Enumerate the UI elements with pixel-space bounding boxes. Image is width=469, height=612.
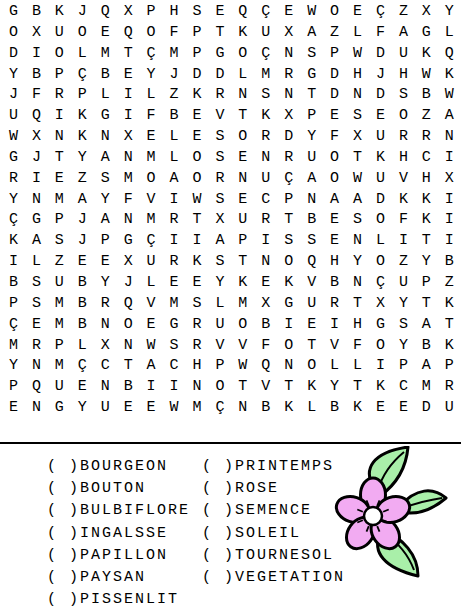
grid-cell-r1c2[interactable]: B <box>25 2 48 23</box>
grid-cell-r2c5[interactable]: E <box>94 23 117 44</box>
grid-cell-r19c7[interactable]: I <box>140 377 163 398</box>
grid-cell-r2c11[interactable]: K <box>231 23 254 44</box>
grid-cell-r11c4[interactable]: J <box>71 210 94 231</box>
grid-cell-r20c2[interactable]: N <box>25 398 48 419</box>
grid-cell-r17c18[interactable]: Y <box>392 336 415 357</box>
grid-cell-r19c13[interactable]: T <box>277 377 300 398</box>
grid-cell-r15c16[interactable]: T <box>346 294 369 315</box>
grid-cell-r10c9[interactable]: W <box>186 190 209 211</box>
grid-cell-r20c19[interactable]: D <box>415 398 438 419</box>
grid-cell-r3c6[interactable]: T <box>117 44 140 65</box>
grid-cell-r9c11[interactable]: N <box>231 169 254 190</box>
grid-cell-r6c4[interactable]: K <box>71 106 94 127</box>
grid-cell-r16c6[interactable]: O <box>117 315 140 336</box>
grid-cell-r18c16[interactable]: L <box>346 356 369 377</box>
grid-cell-r16c15[interactable]: I <box>323 315 346 336</box>
word-checkbox-printemps[interactable]: ( ) <box>202 458 235 475</box>
grid-cell-r20c6[interactable]: E <box>117 398 140 419</box>
grid-cell-r19c5[interactable]: N <box>94 377 117 398</box>
grid-cell-r17c10[interactable]: V <box>208 336 231 357</box>
grid-cell-r2c12[interactable]: U <box>254 23 277 44</box>
grid-cell-r2c4[interactable]: O <box>71 23 94 44</box>
grid-cell-r1c19[interactable]: X <box>415 2 438 23</box>
grid-cell-r6c3[interactable]: I <box>48 106 71 127</box>
grid-cell-r13c7[interactable]: U <box>140 252 163 273</box>
grid-cell-r7c7[interactable]: E <box>140 127 163 148</box>
grid-cell-r16c14[interactable]: E <box>300 315 323 336</box>
grid-cell-r18c9[interactable]: H <box>186 356 209 377</box>
word-checkbox-pissenlit[interactable]: ( ) <box>47 591 80 608</box>
grid-cell-r4c2[interactable]: B <box>25 65 48 86</box>
grid-cell-r11c6[interactable]: N <box>117 210 140 231</box>
grid-cell-r12c17[interactable]: L <box>369 231 392 252</box>
grid-cell-r17c19[interactable]: B <box>415 336 438 357</box>
grid-cell-r6c7[interactable]: F <box>140 106 163 127</box>
grid-cell-r17c13[interactable]: O <box>277 336 300 357</box>
grid-cell-r3c19[interactable]: K <box>415 44 438 65</box>
grid-cell-r6c2[interactable]: Q <box>25 106 48 127</box>
grid-cell-r3c2[interactable]: I <box>25 44 48 65</box>
grid-cell-r16c7[interactable]: E <box>140 315 163 336</box>
grid-cell-r19c15[interactable]: Y <box>323 377 346 398</box>
grid-cell-r19c12[interactable]: V <box>254 377 277 398</box>
grid-cell-r10c5[interactable]: Y <box>94 190 117 211</box>
grid-cell-r4c10[interactable]: D <box>208 65 231 86</box>
grid-cell-r7c20[interactable]: N <box>438 127 461 148</box>
grid-cell-r12c15[interactable]: E <box>323 231 346 252</box>
grid-cell-r9c3[interactable]: E <box>48 169 71 190</box>
grid-cell-r4c8[interactable]: J <box>163 65 186 86</box>
grid-cell-r16c3[interactable]: M <box>48 315 71 336</box>
grid-cell-r12c6[interactable]: G <box>117 231 140 252</box>
grid-cell-r4c12[interactable]: M <box>254 65 277 86</box>
grid-cell-r14c15[interactable]: B <box>323 273 346 294</box>
grid-cell-r4c19[interactable]: W <box>415 65 438 86</box>
grid-cell-r2c8[interactable]: F <box>163 23 186 44</box>
grid-cell-r10c7[interactable]: V <box>140 190 163 211</box>
grid-cell-r7c10[interactable]: S <box>208 127 231 148</box>
grid-cell-r17c7[interactable]: W <box>140 336 163 357</box>
grid-cell-r10c12[interactable]: C <box>254 190 277 211</box>
grid-cell-r18c19[interactable]: A <box>415 356 438 377</box>
grid-cell-r5c5[interactable]: L <box>94 85 117 106</box>
grid-cell-r5c15[interactable]: D <box>323 85 346 106</box>
grid-cell-r20c4[interactable]: Y <box>71 398 94 419</box>
grid-cell-r16c10[interactable]: U <box>208 315 231 336</box>
grid-cell-r19c18[interactable]: C <box>392 377 415 398</box>
grid-cell-r10c4[interactable]: A <box>71 190 94 211</box>
grid-cell-r4c13[interactable]: R <box>277 65 300 86</box>
grid-cell-r14c7[interactable]: L <box>140 273 163 294</box>
grid-cell-r18c6[interactable]: T <box>117 356 140 377</box>
grid-cell-r10c18[interactable]: K <box>392 190 415 211</box>
grid-cell-r19c14[interactable]: K <box>300 377 323 398</box>
grid-cell-r9c12[interactable]: U <box>254 169 277 190</box>
grid-cell-r8c12[interactable]: N <box>254 148 277 169</box>
grid-cell-r7c8[interactable]: L <box>163 127 186 148</box>
grid-cell-r3c13[interactable]: N <box>277 44 300 65</box>
grid-cell-r3c16[interactable]: W <box>346 44 369 65</box>
grid-cell-r4c18[interactable]: H <box>392 65 415 86</box>
grid-cell-r2c2[interactable]: X <box>25 23 48 44</box>
grid-cell-r4c3[interactable]: P <box>48 65 71 86</box>
grid-cell-r8c17[interactable]: K <box>369 148 392 169</box>
grid-cell-r4c7[interactable]: Y <box>140 65 163 86</box>
grid-cell-r15c20[interactable]: K <box>438 294 461 315</box>
grid-cell-r10c17[interactable]: D <box>369 190 392 211</box>
word-checkbox-bouton[interactable]: ( ) <box>47 480 80 497</box>
grid-cell-r15c13[interactable]: G <box>277 294 300 315</box>
grid-cell-r7c12[interactable]: R <box>254 127 277 148</box>
grid-cell-r18c1[interactable]: Y <box>2 356 25 377</box>
grid-cell-r2c7[interactable]: O <box>140 23 163 44</box>
grid-cell-r18c15[interactable]: L <box>323 356 346 377</box>
grid-cell-r18c14[interactable]: O <box>300 356 323 377</box>
grid-cell-r5c13[interactable]: N <box>277 85 300 106</box>
grid-cell-r5c10[interactable]: R <box>208 85 231 106</box>
grid-cell-r20c12[interactable]: B <box>254 398 277 419</box>
grid-cell-r19c8[interactable]: I <box>163 377 186 398</box>
grid-cell-r11c8[interactable]: R <box>163 210 186 231</box>
grid-cell-r13c16[interactable]: Y <box>346 252 369 273</box>
grid-cell-r8c2[interactable]: J <box>25 148 48 169</box>
grid-cell-r8c3[interactable]: T <box>48 148 71 169</box>
grid-cell-r12c2[interactable]: A <box>25 231 48 252</box>
grid-cell-r2c6[interactable]: Q <box>117 23 140 44</box>
grid-cell-r13c6[interactable]: X <box>117 252 140 273</box>
grid-cell-r17c2[interactable]: R <box>25 336 48 357</box>
grid-cell-r12c18[interactable]: I <box>392 231 415 252</box>
grid-cell-r1c14[interactable]: W <box>300 2 323 23</box>
grid-cell-r8c19[interactable]: C <box>415 148 438 169</box>
grid-cell-r3c8[interactable]: M <box>163 44 186 65</box>
grid-cell-r3c4[interactable]: L <box>71 44 94 65</box>
grid-cell-r13c8[interactable]: R <box>163 252 186 273</box>
grid-cell-r17c8[interactable]: S <box>163 336 186 357</box>
grid-cell-r16c19[interactable]: A <box>415 315 438 336</box>
grid-cell-r14c14[interactable]: V <box>300 273 323 294</box>
grid-cell-r5c14[interactable]: T <box>300 85 323 106</box>
grid-cell-r10c6[interactable]: F <box>117 190 140 211</box>
grid-cell-r10c3[interactable]: M <box>48 190 71 211</box>
grid-cell-r15c8[interactable]: M <box>163 294 186 315</box>
grid-cell-r16c17[interactable]: G <box>369 315 392 336</box>
grid-cell-r16c4[interactable]: B <box>71 315 94 336</box>
grid-cell-r16c2[interactable]: E <box>25 315 48 336</box>
grid-cell-r15c3[interactable]: M <box>48 294 71 315</box>
grid-cell-r14c16[interactable]: N <box>346 273 369 294</box>
grid-cell-r11c18[interactable]: F <box>392 210 415 231</box>
grid-cell-r17c1[interactable]: M <box>2 336 25 357</box>
grid-cell-r5c7[interactable]: L <box>140 85 163 106</box>
grid-cell-r10c13[interactable]: P <box>277 190 300 211</box>
grid-cell-r20c11[interactable]: N <box>231 398 254 419</box>
grid-cell-r6c18[interactable]: O <box>392 106 415 127</box>
grid-cell-r18c11[interactable]: W <box>231 356 254 377</box>
grid-cell-r20c9[interactable]: M <box>186 398 209 419</box>
grid-cell-r13c4[interactable]: E <box>71 252 94 273</box>
grid-cell-r14c10[interactable]: Y <box>208 273 231 294</box>
grid-cell-r9c17[interactable]: U <box>369 169 392 190</box>
grid-cell-r7c2[interactable]: X <box>25 127 48 148</box>
grid-cell-r7c16[interactable]: X <box>346 127 369 148</box>
grid-cell-r7c1[interactable]: W <box>2 127 25 148</box>
grid-cell-r19c1[interactable]: P <box>2 377 25 398</box>
grid-cell-r2c16[interactable]: L <box>346 23 369 44</box>
grid-cell-r3c14[interactable]: S <box>300 44 323 65</box>
grid-cell-r13c10[interactable]: S <box>208 252 231 273</box>
grid-cell-r10c2[interactable]: N <box>25 190 48 211</box>
grid-cell-r11c10[interactable]: X <box>208 210 231 231</box>
grid-cell-r1c7[interactable]: P <box>140 2 163 23</box>
grid-cell-r5c8[interactable]: Z <box>163 85 186 106</box>
grid-cell-r9c9[interactable]: O <box>186 169 209 190</box>
grid-cell-r1c20[interactable]: Y <box>438 2 461 23</box>
grid-cell-r1c5[interactable]: Q <box>94 2 117 23</box>
grid-cell-r18c8[interactable]: C <box>163 356 186 377</box>
grid-cell-r13c9[interactable]: K <box>186 252 209 273</box>
word-checkbox-tournesol[interactable]: ( ) <box>202 547 235 564</box>
grid-cell-r2c14[interactable]: A <box>300 23 323 44</box>
word-checkbox-bourgeon[interactable]: ( ) <box>47 458 80 475</box>
grid-cell-r15c7[interactable]: V <box>140 294 163 315</box>
grid-cell-r7c5[interactable]: N <box>94 127 117 148</box>
word-checkbox-soleil[interactable]: ( ) <box>202 525 235 542</box>
grid-cell-r5c3[interactable]: R <box>48 85 71 106</box>
grid-cell-r5c9[interactable]: K <box>186 85 209 106</box>
grid-cell-r3c7[interactable]: Ç <box>140 44 163 65</box>
grid-cell-r11c16[interactable]: S <box>346 210 369 231</box>
grid-cell-r1c16[interactable]: E <box>346 2 369 23</box>
grid-cell-r1c1[interactable]: G <box>2 2 25 23</box>
grid-cell-r10c11[interactable]: E <box>231 190 254 211</box>
grid-cell-r12c8[interactable]: I <box>163 231 186 252</box>
grid-cell-r15c1[interactable]: P <box>2 294 25 315</box>
grid-cell-r9c16[interactable]: W <box>346 169 369 190</box>
grid-cell-r8c7[interactable]: M <box>140 148 163 169</box>
grid-cell-r16c12[interactable]: B <box>254 315 277 336</box>
grid-cell-r2c17[interactable]: F <box>369 23 392 44</box>
grid-cell-r12c3[interactable]: S <box>48 231 71 252</box>
word-checkbox-paysan[interactable]: ( ) <box>47 569 80 586</box>
grid-cell-r17c4[interactable]: L <box>71 336 94 357</box>
grid-cell-r5c4[interactable]: P <box>71 85 94 106</box>
grid-cell-r8c16[interactable]: T <box>346 148 369 169</box>
grid-cell-r9c19[interactable]: H <box>415 169 438 190</box>
grid-cell-r17c12[interactable]: F <box>254 336 277 357</box>
grid-cell-r3c12[interactable]: Ç <box>254 44 277 65</box>
grid-cell-r17c5[interactable]: X <box>94 336 117 357</box>
grid-cell-r3c1[interactable]: D <box>2 44 25 65</box>
grid-cell-r10c14[interactable]: N <box>300 190 323 211</box>
grid-cell-r14c12[interactable]: E <box>254 273 277 294</box>
grid-cell-r9c8[interactable]: A <box>163 169 186 190</box>
grid-cell-r20c14[interactable]: L <box>300 398 323 419</box>
grid-cell-r14c4[interactable]: B <box>71 273 94 294</box>
word-checkbox-rose[interactable]: ( ) <box>202 480 235 497</box>
grid-cell-r11c7[interactable]: M <box>140 210 163 231</box>
grid-cell-r6c6[interactable]: I <box>117 106 140 127</box>
grid-cell-r6c9[interactable]: E <box>186 106 209 127</box>
grid-cell-r1c17[interactable]: Ç <box>369 2 392 23</box>
grid-cell-r19c6[interactable]: B <box>117 377 140 398</box>
grid-cell-r6c12[interactable]: K <box>254 106 277 127</box>
grid-cell-r10c19[interactable]: K <box>415 190 438 211</box>
grid-cell-r8c15[interactable]: O <box>323 148 346 169</box>
grid-cell-r2c13[interactable]: X <box>277 23 300 44</box>
grid-cell-r18c4[interactable]: Ç <box>71 356 94 377</box>
grid-cell-r5c2[interactable]: F <box>25 85 48 106</box>
grid-cell-r15c18[interactable]: Y <box>392 294 415 315</box>
grid-cell-r12c14[interactable]: S <box>300 231 323 252</box>
grid-cell-r1c8[interactable]: H <box>163 2 186 23</box>
grid-cell-r3c18[interactable]: U <box>392 44 415 65</box>
grid-cell-r1c11[interactable]: Q <box>231 2 254 23</box>
grid-cell-r8c14[interactable]: U <box>300 148 323 169</box>
grid-cell-r20c13[interactable]: K <box>277 398 300 419</box>
grid-cell-r1c13[interactable]: E <box>277 2 300 23</box>
grid-cell-r11c5[interactable]: A <box>94 210 117 231</box>
grid-cell-r14c13[interactable]: K <box>277 273 300 294</box>
grid-cell-r15c15[interactable]: R <box>323 294 346 315</box>
grid-cell-r18c12[interactable]: Q <box>254 356 277 377</box>
grid-cell-r19c10[interactable]: O <box>208 377 231 398</box>
grid-cell-r16c11[interactable]: O <box>231 315 254 336</box>
grid-cell-r19c4[interactable]: E <box>71 377 94 398</box>
grid-cell-r6c1[interactable]: U <box>2 106 25 127</box>
grid-cell-r6c8[interactable]: B <box>163 106 186 127</box>
grid-cell-r10c20[interactable]: I <box>438 190 461 211</box>
grid-cell-r9c5[interactable]: S <box>94 169 117 190</box>
grid-cell-r8c13[interactable]: R <box>277 148 300 169</box>
grid-cell-r12c11[interactable]: P <box>231 231 254 252</box>
grid-cell-r3c11[interactable]: O <box>231 44 254 65</box>
grid-cell-r3c9[interactable]: P <box>186 44 209 65</box>
grid-cell-r4c9[interactable]: D <box>186 65 209 86</box>
grid-cell-r2c3[interactable]: U <box>48 23 71 44</box>
grid-cell-r3c17[interactable]: D <box>369 44 392 65</box>
grid-cell-r8c20[interactable]: I <box>438 148 461 169</box>
grid-cell-r18c5[interactable]: C <box>94 356 117 377</box>
grid-cell-r11c9[interactable]: T <box>186 210 209 231</box>
grid-cell-r2c18[interactable]: A <box>392 23 415 44</box>
grid-cell-r17c11[interactable]: V <box>231 336 254 357</box>
grid-cell-r4c4[interactable]: Ç <box>71 65 94 86</box>
grid-cell-r20c5[interactable]: U <box>94 398 117 419</box>
grid-cell-r5c12[interactable]: S <box>254 85 277 106</box>
grid-cell-r10c15[interactable]: A <box>323 190 346 211</box>
grid-cell-r8c4[interactable]: Y <box>71 148 94 169</box>
grid-cell-r7c11[interactable]: O <box>231 127 254 148</box>
grid-cell-r1c3[interactable]: K <box>48 2 71 23</box>
grid-cell-r15c12[interactable]: X <box>254 294 277 315</box>
grid-cell-r13c18[interactable]: Z <box>392 252 415 273</box>
grid-cell-r6c19[interactable]: Z <box>415 106 438 127</box>
grid-cell-r14c19[interactable]: P <box>415 273 438 294</box>
grid-cell-r13c15[interactable]: H <box>323 252 346 273</box>
grid-cell-r7c6[interactable]: X <box>117 127 140 148</box>
grid-cell-r10c10[interactable]: S <box>208 190 231 211</box>
grid-cell-r7c18[interactable]: R <box>392 127 415 148</box>
grid-cell-r10c16[interactable]: A <box>346 190 369 211</box>
grid-cell-r4c15[interactable]: D <box>323 65 346 86</box>
grid-cell-r15c4[interactable]: B <box>71 294 94 315</box>
grid-cell-r5c17[interactable]: D <box>369 85 392 106</box>
grid-cell-r12c13[interactable]: S <box>277 231 300 252</box>
grid-cell-r15c6[interactable]: Q <box>117 294 140 315</box>
grid-cell-r8c6[interactable]: N <box>117 148 140 169</box>
grid-cell-r11c12[interactable]: R <box>254 210 277 231</box>
grid-cell-r5c1[interactable]: J <box>2 85 25 106</box>
word-checkbox-bulbiflore[interactable]: ( ) <box>47 502 80 519</box>
grid-cell-r11c2[interactable]: G <box>25 210 48 231</box>
grid-cell-r17c15[interactable]: V <box>323 336 346 357</box>
grid-cell-r19c19[interactable]: M <box>415 377 438 398</box>
grid-cell-r15c5[interactable]: R <box>94 294 117 315</box>
grid-cell-r19c11[interactable]: T <box>231 377 254 398</box>
grid-cell-r16c5[interactable]: N <box>94 315 117 336</box>
grid-cell-r3c20[interactable]: Q <box>438 44 461 65</box>
grid-cell-r17c20[interactable]: K <box>438 336 461 357</box>
grid-cell-r20c3[interactable]: G <box>48 398 71 419</box>
word-checkbox-papillon[interactable]: ( ) <box>47 547 80 564</box>
grid-cell-r9c2[interactable]: I <box>25 169 48 190</box>
grid-cell-r9c14[interactable]: A <box>300 169 323 190</box>
grid-cell-r14c5[interactable]: Y <box>94 273 117 294</box>
grid-cell-r15c10[interactable]: L <box>208 294 231 315</box>
grid-cell-r5c6[interactable]: I <box>117 85 140 106</box>
grid-cell-r15c19[interactable]: T <box>415 294 438 315</box>
grid-cell-r11c14[interactable]: B <box>300 210 323 231</box>
grid-cell-r14c20[interactable]: Z <box>438 273 461 294</box>
grid-cell-r9c10[interactable]: R <box>208 169 231 190</box>
grid-cell-r12c7[interactable]: Ç <box>140 231 163 252</box>
grid-cell-r16c13[interactable]: I <box>277 315 300 336</box>
grid-cell-r5c20[interactable]: W <box>438 85 461 106</box>
grid-cell-r4c16[interactable]: H <box>346 65 369 86</box>
grid-cell-r3c10[interactable]: G <box>208 44 231 65</box>
grid-cell-r11c17[interactable]: O <box>369 210 392 231</box>
grid-cell-r18c3[interactable]: M <box>48 356 71 377</box>
grid-cell-r19c17[interactable]: K <box>369 377 392 398</box>
grid-cell-r14c3[interactable]: U <box>48 273 71 294</box>
grid-cell-r11c3[interactable]: P <box>48 210 71 231</box>
grid-cell-r6c17[interactable]: E <box>369 106 392 127</box>
grid-cell-r17c9[interactable]: R <box>186 336 209 357</box>
grid-cell-r12c4[interactable]: J <box>71 231 94 252</box>
word-checkbox-ingalsse[interactable]: ( ) <box>47 525 80 542</box>
grid-cell-r9c20[interactable]: X <box>438 169 461 190</box>
grid-cell-r9c4[interactable]: Z <box>71 169 94 190</box>
grid-cell-r20c16[interactable]: K <box>346 398 369 419</box>
grid-cell-r14c11[interactable]: K <box>231 273 254 294</box>
grid-cell-r4c11[interactable]: L <box>231 65 254 86</box>
grid-cell-r12c1[interactable]: K <box>2 231 25 252</box>
grid-cell-r4c17[interactable]: J <box>369 65 392 86</box>
grid-cell-r20c20[interactable]: U <box>438 398 461 419</box>
grid-cell-r11c15[interactable]: E <box>323 210 346 231</box>
grid-cell-r8c9[interactable]: O <box>186 148 209 169</box>
grid-cell-r13c2[interactable]: L <box>25 252 48 273</box>
grid-cell-r18c17[interactable]: I <box>369 356 392 377</box>
grid-cell-r9c13[interactable]: Ç <box>277 169 300 190</box>
grid-cell-r10c8[interactable]: I <box>163 190 186 211</box>
grid-cell-r4c5[interactable]: B <box>94 65 117 86</box>
grid-cell-r15c11[interactable]: M <box>231 294 254 315</box>
grid-cell-r13c12[interactable]: N <box>254 252 277 273</box>
grid-cell-r11c20[interactable]: I <box>438 210 461 231</box>
grid-cell-r15c9[interactable]: S <box>186 294 209 315</box>
